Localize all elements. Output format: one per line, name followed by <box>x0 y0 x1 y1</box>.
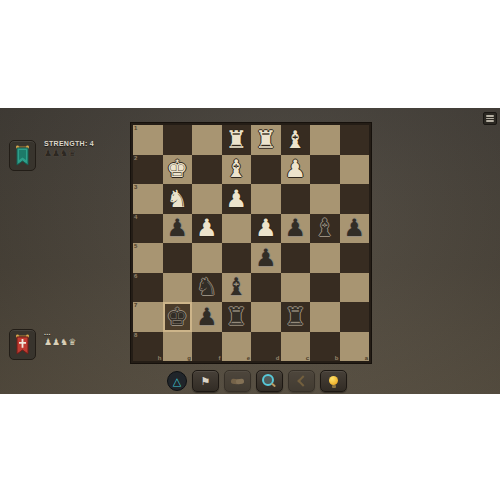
game-window: STRENGTH: 4 ♟♟♞♛ ... ♟♟♞♛ 1♜♜♝2♚♝♟3♞♟4♟♟… <box>0 108 500 394</box>
piece-bK[interactable]: ♚ <box>163 302 193 332</box>
square-a1[interactable] <box>340 125 370 155</box>
square-e1[interactable]: ♜ <box>222 125 252 155</box>
piece-bP[interactable]: ♟ <box>281 214 311 244</box>
rank-label: 7 <box>134 302 137 308</box>
file-label: b <box>335 355 339 361</box>
piece-bP[interactable]: ♟ <box>251 243 281 273</box>
game-toolbar: △ ⚑ <box>167 370 347 392</box>
rank-label: 1 <box>134 125 137 131</box>
square-g4[interactable]: ♟ <box>163 214 193 244</box>
square-h7[interactable]: 7 <box>133 302 163 332</box>
square-c7[interactable]: ♜ <box>281 302 311 332</box>
captured-bP: ♟ <box>52 148 60 158</box>
square-a4[interactable]: ♟ <box>340 214 370 244</box>
square-h4[interactable]: 4 <box>133 214 163 244</box>
square-d8[interactable]: d <box>251 332 281 362</box>
square-b1[interactable] <box>310 125 340 155</box>
opponent-avatar <box>9 140 36 171</box>
piece-bP[interactable]: ♟ <box>192 302 222 332</box>
square-f7[interactable]: ♟ <box>192 302 222 332</box>
teal-banner-icon <box>15 145 30 167</box>
square-h1[interactable]: 1 <box>133 125 163 155</box>
square-a5[interactable] <box>340 243 370 273</box>
rank-label: 3 <box>134 184 137 190</box>
square-g5[interactable] <box>163 243 193 273</box>
file-label: f <box>219 355 221 361</box>
square-f5[interactable] <box>192 243 222 273</box>
square-f3[interactable] <box>192 184 222 214</box>
triangle-logo-button[interactable]: △ <box>167 371 187 391</box>
square-f8[interactable]: f <box>192 332 222 362</box>
file-label: c <box>306 355 309 361</box>
square-c6[interactable] <box>281 273 311 303</box>
square-g7[interactable]: ♚ <box>163 302 193 332</box>
handshake-icon <box>231 378 244 385</box>
square-e6[interactable]: ♝ <box>222 273 252 303</box>
piece-bB[interactable]: ♝ <box>222 273 252 303</box>
lightbulb-icon <box>329 376 338 385</box>
square-b6[interactable] <box>310 273 340 303</box>
rank-label: 8 <box>134 332 137 338</box>
rank-label: 5 <box>134 243 137 249</box>
square-c1[interactable]: ♝ <box>281 125 311 155</box>
square-b5[interactable] <box>310 243 340 273</box>
chevron-left-icon <box>297 375 308 386</box>
file-label: g <box>187 355 191 361</box>
hamburger-icon <box>486 115 494 117</box>
square-g2[interactable]: ♚ <box>163 155 193 185</box>
analysis-button[interactable] <box>256 370 283 392</box>
square-c3[interactable] <box>281 184 311 214</box>
square-d2[interactable] <box>251 155 281 185</box>
square-f6[interactable]: ♞ <box>192 273 222 303</box>
square-d4[interactable]: ♟ <box>251 214 281 244</box>
square-c2[interactable]: ♟ <box>281 155 311 185</box>
square-b2[interactable] <box>310 155 340 185</box>
piece-wR[interactable]: ♜ <box>251 125 281 155</box>
square-g8[interactable]: g <box>163 332 193 362</box>
square-d3[interactable] <box>251 184 281 214</box>
square-e4[interactable] <box>222 214 252 244</box>
resign-button[interactable]: ⚑ <box>192 370 219 392</box>
square-h3[interactable]: 3 <box>133 184 163 214</box>
piece-wP[interactable]: ♟ <box>192 214 222 244</box>
piece-wK[interactable]: ♚ <box>163 155 193 185</box>
offer-draw-button[interactable] <box>224 370 251 392</box>
square-d5[interactable]: ♟ <box>251 243 281 273</box>
captured-wQ: ♛ <box>68 337 76 347</box>
piece-bR[interactable]: ♜ <box>222 302 252 332</box>
piece-bR[interactable]: ♜ <box>281 302 311 332</box>
square-c4[interactable]: ♟ <box>281 214 311 244</box>
square-f1[interactable] <box>192 125 222 155</box>
square-a2[interactable] <box>340 155 370 185</box>
file-label: e <box>247 355 250 361</box>
piece-bP[interactable]: ♟ <box>163 214 193 244</box>
piece-wB[interactable]: ♝ <box>222 155 252 185</box>
square-d1[interactable]: ♜ <box>251 125 281 155</box>
square-a3[interactable] <box>340 184 370 214</box>
square-e5[interactable] <box>222 243 252 273</box>
player-captured-pieces: ♟♟♞♛ <box>44 337 76 347</box>
file-label: h <box>158 355 162 361</box>
square-f2[interactable] <box>192 155 222 185</box>
file-label: d <box>276 355 280 361</box>
piece-wR[interactable]: ♜ <box>222 125 252 155</box>
square-c8[interactable]: c <box>281 332 311 362</box>
square-h5[interactable]: 5 <box>133 243 163 273</box>
piece-bN[interactable]: ♞ <box>192 273 222 303</box>
square-a6[interactable] <box>340 273 370 303</box>
square-g1[interactable] <box>163 125 193 155</box>
magnifier-icon <box>262 374 274 386</box>
piece-wP[interactable]: ♟ <box>251 214 281 244</box>
piece-wN[interactable]: ♞ <box>163 184 193 214</box>
captured-bP: ♟ <box>44 148 52 158</box>
player-avatar <box>9 329 36 360</box>
hint-button[interactable] <box>320 370 347 392</box>
player-panel: ... ♟♟♞♛ <box>9 329 76 360</box>
triangle-logo-icon: △ <box>173 376 181 387</box>
piece-bP[interactable]: ♟ <box>340 214 370 244</box>
square-g6[interactable] <box>163 273 193 303</box>
rank-label: 2 <box>134 155 137 161</box>
square-a8[interactable]: a <box>340 332 370 362</box>
square-b3[interactable] <box>310 184 340 214</box>
piece-bB[interactable]: ♝ <box>310 214 340 244</box>
square-e3[interactable]: ♟ <box>222 184 252 214</box>
square-b7[interactable] <box>310 302 340 332</box>
square-e2[interactable]: ♝ <box>222 155 252 185</box>
square-h6[interactable]: 6 <box>133 273 163 303</box>
rank-label: 6 <box>134 273 137 279</box>
rank-label: 4 <box>134 214 137 220</box>
piece-wB[interactable]: ♝ <box>281 125 311 155</box>
square-b8[interactable]: b <box>310 332 340 362</box>
opponent-name: STRENGTH: 4 <box>44 140 94 147</box>
flag-icon: ⚑ <box>201 376 211 387</box>
opponent-panel: STRENGTH: 4 ♟♟♞♛ <box>9 140 94 171</box>
red-cross-banner-icon <box>15 334 30 356</box>
square-a7[interactable] <box>340 302 370 332</box>
square-h2[interactable]: 2 <box>133 155 163 185</box>
square-c5[interactable] <box>281 243 311 273</box>
square-d6[interactable] <box>251 273 281 303</box>
opponent-captured-pieces: ♟♟♞♛ <box>44 148 94 158</box>
piece-wP[interactable]: ♟ <box>281 155 311 185</box>
square-g3[interactable]: ♞ <box>163 184 193 214</box>
chess-board: 1♜♜♝2♚♝♟3♞♟4♟♟♟♟♝♟5♟6♞♝7♚♟♜♜8hgfedcba <box>131 123 371 363</box>
captured-bQ: ♛ <box>68 148 76 158</box>
piece-wP[interactable]: ♟ <box>222 184 252 214</box>
square-b4[interactable]: ♝ <box>310 214 340 244</box>
square-e7[interactable]: ♜ <box>222 302 252 332</box>
captured-wP: ♟ <box>44 337 52 347</box>
undo-button[interactable] <box>288 370 315 392</box>
hamburger-menu-button[interactable] <box>483 112 497 125</box>
captured-wP: ♟ <box>52 337 60 347</box>
player-name: ... <box>44 329 76 336</box>
file-label: a <box>365 355 368 361</box>
square-d7[interactable] <box>251 302 281 332</box>
square-e8[interactable]: e <box>222 332 252 362</box>
square-h8[interactable]: 8h <box>133 332 163 362</box>
square-f4[interactable]: ♟ <box>192 214 222 244</box>
